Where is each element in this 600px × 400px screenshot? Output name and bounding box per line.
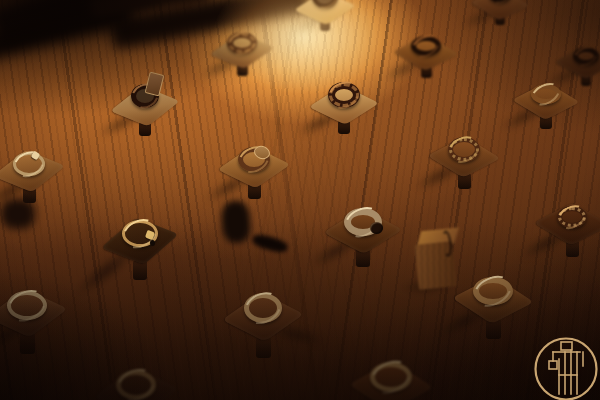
display-pedestal-blurred	[251, 232, 289, 254]
display-pedestal-blurred	[1, 199, 35, 229]
ring	[411, 36, 441, 56]
ring	[328, 82, 360, 108]
ring	[488, 0, 512, 3]
ring-texture	[329, 83, 359, 107]
ring	[122, 220, 158, 247]
wood-block	[413, 228, 457, 290]
ring-drop	[150, 240, 155, 246]
ring	[227, 32, 257, 54]
ring-stone	[370, 222, 383, 234]
photo-canvas	[0, 0, 600, 400]
ring	[573, 47, 599, 65]
ring	[448, 137, 480, 162]
ring	[557, 206, 587, 228]
ring	[238, 147, 270, 172]
ring	[13, 152, 45, 176]
ring	[473, 277, 513, 305]
ring	[531, 84, 561, 104]
display-pedestal-blurred	[221, 200, 252, 244]
ring	[7, 291, 47, 320]
ring-texture	[558, 207, 586, 227]
ring	[131, 84, 159, 108]
ring	[344, 208, 382, 236]
seal-glyph	[549, 342, 583, 394]
ring-highlight	[111, 362, 161, 400]
ring	[244, 293, 282, 323]
seal-logo-icon	[526, 331, 600, 400]
ring-texture	[228, 33, 256, 53]
ring	[370, 362, 412, 392]
ring	[116, 370, 156, 400]
ring-texture	[449, 138, 479, 161]
ring	[312, 0, 338, 8]
